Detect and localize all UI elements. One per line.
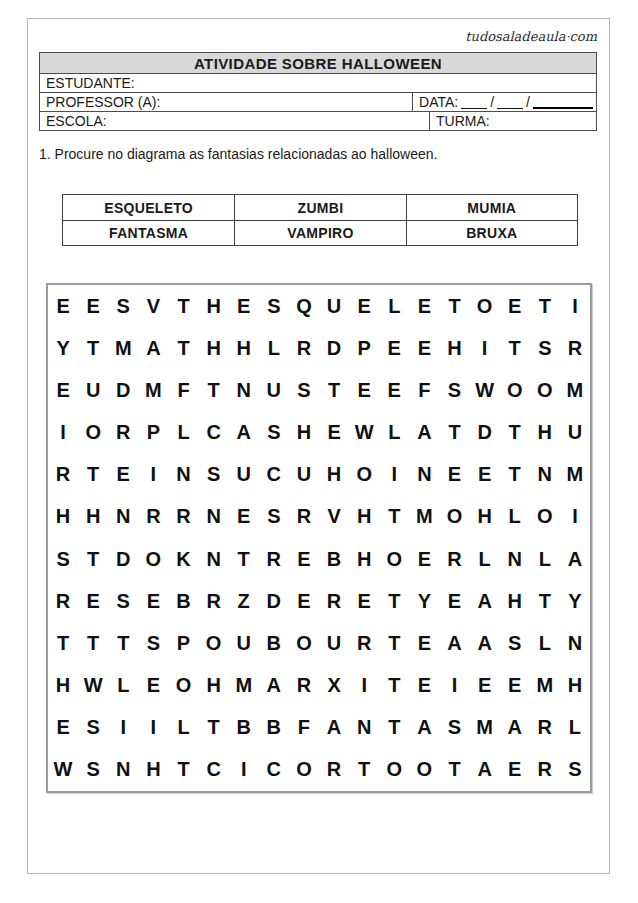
- grid-cell: H: [560, 665, 590, 707]
- grid-cell: I: [560, 496, 590, 538]
- date-month-blank: [497, 96, 523, 109]
- grid-cell: Y: [48, 327, 78, 369]
- worksheet-title: ATIVIDADE SOBRE HALLOWEEN: [40, 53, 596, 73]
- grid-cell: W: [78, 665, 108, 707]
- grid-cell: E: [470, 665, 500, 707]
- grid-cell: R: [289, 327, 319, 369]
- grid-cell: O: [349, 454, 379, 496]
- grid-cell: I: [108, 707, 138, 749]
- grid-cell: E: [78, 285, 108, 327]
- grid-cell: E: [500, 749, 530, 791]
- grid-cell: T: [48, 622, 78, 664]
- grid-cell: B: [259, 622, 289, 664]
- grid-cell: N: [560, 622, 590, 664]
- grid-cell: O: [409, 749, 439, 791]
- grid-cell: S: [48, 538, 78, 580]
- grid-cell: A: [409, 707, 439, 749]
- grid-cell: N: [530, 454, 560, 496]
- grid-cell: P: [138, 412, 168, 454]
- grid-cell: H: [48, 496, 78, 538]
- grid-cell: T: [439, 412, 469, 454]
- grid-cell: T: [168, 327, 198, 369]
- grid-cell: B: [259, 707, 289, 749]
- grid-cell: E: [409, 665, 439, 707]
- grid-cell: N: [409, 454, 439, 496]
- grid-cell: R: [259, 538, 289, 580]
- grid-cell: K: [168, 538, 198, 580]
- date-separator: /: [490, 94, 494, 110]
- grid-cell: H: [229, 327, 259, 369]
- grid-cell: F: [409, 369, 439, 411]
- grid-cell: R: [319, 580, 349, 622]
- grid-cell: B: [229, 707, 259, 749]
- grid-cell: R: [530, 707, 560, 749]
- grid-cell: S: [138, 622, 168, 664]
- grid-cell: L: [168, 412, 198, 454]
- word-bank-word: MUMIA: [406, 195, 577, 220]
- grid-cell: L: [500, 496, 530, 538]
- grid-cell: T: [530, 580, 560, 622]
- grid-cell: T: [530, 285, 560, 327]
- grid-cell: T: [349, 749, 379, 791]
- grid-cell: A: [229, 412, 259, 454]
- grid-cell: U: [560, 412, 590, 454]
- grid-cell: T: [379, 622, 409, 664]
- grid-cell: S: [108, 580, 138, 622]
- grid-cell: D: [259, 580, 289, 622]
- grid-cell: F: [168, 369, 198, 411]
- grid-cell: I: [229, 749, 259, 791]
- grid-cell: S: [259, 496, 289, 538]
- grid-cell: N: [199, 496, 229, 538]
- grid-cell: O: [439, 496, 469, 538]
- grid-cell: B: [168, 580, 198, 622]
- grid-cell: W: [349, 412, 379, 454]
- grid-cell: A: [259, 665, 289, 707]
- grid-cell: L: [379, 412, 409, 454]
- grid-cell: E: [48, 285, 78, 327]
- grid-cell: E: [409, 538, 439, 580]
- grid-cell: C: [199, 749, 229, 791]
- grid-cell: R: [108, 412, 138, 454]
- grid-cell: E: [319, 412, 349, 454]
- grid-cell: T: [500, 454, 530, 496]
- grid-cell: R: [199, 580, 229, 622]
- grid-cell: E: [289, 538, 319, 580]
- grid-cell: U: [78, 369, 108, 411]
- grid-cell: E: [349, 369, 379, 411]
- teacher-date-row: PROFESSOR (A): DATA: / /: [40, 92, 596, 111]
- grid-cell: O: [138, 538, 168, 580]
- grid-cell: L: [530, 538, 560, 580]
- grid-cell: L: [259, 327, 289, 369]
- grid-cell: S: [108, 285, 138, 327]
- grid-cell: R: [560, 327, 590, 369]
- grid-cell: T: [199, 707, 229, 749]
- grid-cell: D: [470, 412, 500, 454]
- grid-cell: S: [439, 369, 469, 411]
- grid-cell: T: [379, 707, 409, 749]
- grid-cell: E: [439, 580, 469, 622]
- grid-cell: E: [439, 454, 469, 496]
- grid-cell: T: [439, 285, 469, 327]
- grid-cell: O: [289, 622, 319, 664]
- date-day-blank: [461, 96, 487, 109]
- date-label: DATA:: [419, 94, 458, 110]
- grid-cell: P: [349, 327, 379, 369]
- grid-cell: O: [289, 749, 319, 791]
- date-separator: /: [526, 94, 530, 110]
- grid-cell: E: [379, 369, 409, 411]
- grid-cell: T: [168, 749, 198, 791]
- grid-cell: I: [138, 707, 168, 749]
- grid-cell: T: [319, 369, 349, 411]
- date-year-blank: [533, 95, 593, 109]
- grid-cell: O: [530, 496, 560, 538]
- school-label: ESCOLA:: [40, 112, 429, 130]
- grid-cell: A: [439, 622, 469, 664]
- grid-cell: T: [379, 496, 409, 538]
- grid-cell: T: [379, 580, 409, 622]
- grid-cell: S: [530, 327, 560, 369]
- grid-cell: I: [48, 412, 78, 454]
- grid-cell: M: [108, 327, 138, 369]
- grid-cell: A: [470, 749, 500, 791]
- grid-cell: W: [48, 749, 78, 791]
- grid-cell: R: [530, 749, 560, 791]
- grid-cell: O: [530, 369, 560, 411]
- grid-cell: R: [138, 496, 168, 538]
- grid-cell: I: [470, 327, 500, 369]
- grid-cell: X: [319, 665, 349, 707]
- grid-cell: M: [138, 369, 168, 411]
- grid-cell: A: [138, 327, 168, 369]
- grid-cell: L: [560, 707, 590, 749]
- grid-cell: T: [78, 622, 108, 664]
- grid-cell: H: [500, 580, 530, 622]
- grid-cell: S: [289, 369, 319, 411]
- grid-cell: N: [500, 538, 530, 580]
- grid-cell: Y: [409, 580, 439, 622]
- grid-cell: M: [530, 665, 560, 707]
- grid-cell: T: [229, 538, 259, 580]
- grid-cell: E: [48, 369, 78, 411]
- grid-cell: O: [379, 749, 409, 791]
- word-bank-word: BRUXA: [406, 220, 577, 245]
- grid-cell: E: [409, 285, 439, 327]
- grid-cell: R: [289, 496, 319, 538]
- grid-cell: Z: [229, 580, 259, 622]
- grid-cell: U: [229, 454, 259, 496]
- grid-cell: E: [229, 496, 259, 538]
- grid-cell: Q: [289, 285, 319, 327]
- grid-cell: H: [439, 327, 469, 369]
- grid-cell: L: [470, 538, 500, 580]
- grid-cell: E: [500, 665, 530, 707]
- grid-cell: O: [500, 369, 530, 411]
- grid-cell: D: [108, 538, 138, 580]
- date-field: DATA: / /: [412, 93, 596, 111]
- word-bank-word: ZUMBI: [234, 195, 405, 220]
- grid-cell: H: [78, 496, 108, 538]
- grid-cell: E: [349, 285, 379, 327]
- grid-cell: N: [168, 454, 198, 496]
- grid-cell: E: [409, 622, 439, 664]
- grid-cell: A: [500, 707, 530, 749]
- grid-cell: M: [470, 707, 500, 749]
- grid-cell: T: [439, 749, 469, 791]
- grid-cell: T: [500, 412, 530, 454]
- grid-cell: C: [259, 749, 289, 791]
- grid-cell: M: [409, 496, 439, 538]
- grid-cell: O: [199, 622, 229, 664]
- grid-cell: H: [470, 496, 500, 538]
- grid-cell: H: [138, 749, 168, 791]
- grid-cell: S: [259, 285, 289, 327]
- grid-cell: H: [199, 285, 229, 327]
- grid-cell: H: [319, 454, 349, 496]
- grid-cell: E: [108, 454, 138, 496]
- grid-cell: E: [500, 285, 530, 327]
- grid-cell: H: [48, 665, 78, 707]
- grid-cell: U: [259, 369, 289, 411]
- teacher-label: PROFESSOR (A):: [40, 93, 412, 111]
- grid-cell: M: [229, 665, 259, 707]
- grid-cell: R: [168, 496, 198, 538]
- grid-cell: I: [138, 454, 168, 496]
- grid-cell: E: [379, 327, 409, 369]
- grid-cell: A: [319, 707, 349, 749]
- grid-cell: L: [168, 707, 198, 749]
- grid-cell: U: [289, 454, 319, 496]
- grid-cell: U: [319, 285, 349, 327]
- word-bank-table: ESQUELETOZUMBIMUMIAFANTASMAVAMPIROBRUXA: [62, 194, 578, 246]
- grid-cell: U: [319, 622, 349, 664]
- grid-cell: S: [500, 622, 530, 664]
- grid-cell: T: [108, 622, 138, 664]
- grid-cell: T: [168, 285, 198, 327]
- grid-cell: S: [78, 749, 108, 791]
- grid-cell: T: [500, 327, 530, 369]
- grid-cell: I: [439, 665, 469, 707]
- grid-cell: B: [319, 538, 349, 580]
- grid-cell: E: [78, 580, 108, 622]
- grid-cell: N: [349, 707, 379, 749]
- grid-cell: R: [48, 454, 78, 496]
- grid-cell: H: [289, 412, 319, 454]
- grid-cell: E: [470, 454, 500, 496]
- grid-cell: U: [229, 622, 259, 664]
- grid-cell: E: [409, 327, 439, 369]
- grid-cell: L: [530, 622, 560, 664]
- grid-cell: S: [78, 707, 108, 749]
- grid-cell: N: [108, 749, 138, 791]
- grid-cell: C: [259, 454, 289, 496]
- grid-cell: I: [560, 285, 590, 327]
- grid-cell: O: [379, 538, 409, 580]
- grid-cell: S: [439, 707, 469, 749]
- grid-cell: T: [199, 369, 229, 411]
- header-table: ATIVIDADE SOBRE HALLOWEEN ESTUDANTE: PRO…: [39, 52, 597, 131]
- grid-cell: E: [349, 580, 379, 622]
- grid-cell: V: [138, 285, 168, 327]
- grid-cell: D: [319, 327, 349, 369]
- grid-cell: E: [289, 580, 319, 622]
- grid-cell: O: [78, 412, 108, 454]
- grid-cell: Y: [560, 580, 590, 622]
- grid-cell: R: [48, 580, 78, 622]
- student-label: ESTUDANTE:: [40, 74, 596, 92]
- grid-cell: V: [319, 496, 349, 538]
- grid-cell: D: [108, 369, 138, 411]
- grid-cell: A: [560, 538, 590, 580]
- site-watermark: tudosaladeaula·com: [0, 29, 597, 44]
- grid-cell: A: [470, 622, 500, 664]
- grid-cell: S: [199, 454, 229, 496]
- school-class-row: ESCOLA: TURMA:: [40, 111, 596, 130]
- grid-cell: H: [349, 538, 379, 580]
- word-bank-word: ESQUELETO: [63, 195, 234, 220]
- grid-cell: E: [229, 285, 259, 327]
- grid-cell: N: [229, 369, 259, 411]
- grid-cell: T: [379, 665, 409, 707]
- word-bank-word: VAMPIRO: [234, 220, 405, 245]
- grid-cell: T: [78, 327, 108, 369]
- grid-cell: I: [349, 665, 379, 707]
- grid-cell: L: [108, 665, 138, 707]
- grid-cell: O: [168, 665, 198, 707]
- grid-cell: R: [319, 749, 349, 791]
- grid-cell: H: [199, 327, 229, 369]
- grid-cell: S: [259, 412, 289, 454]
- grid-cell: N: [199, 538, 229, 580]
- grid-cell: H: [349, 496, 379, 538]
- grid-cell: I: [379, 454, 409, 496]
- grid-cell: L: [379, 285, 409, 327]
- grid-cell: N: [108, 496, 138, 538]
- grid-cell: P: [168, 622, 198, 664]
- word-search-grid: EESVTHESQUELETOETIYTMATHHLRDPEEHITSREUDM…: [46, 283, 592, 793]
- class-label: TURMA:: [429, 112, 596, 130]
- grid-cell: S: [560, 749, 590, 791]
- grid-cell: F: [289, 707, 319, 749]
- grid-cell: R: [349, 622, 379, 664]
- grid-cell: H: [199, 665, 229, 707]
- grid-cell: C: [199, 412, 229, 454]
- grid-cell: M: [560, 454, 590, 496]
- grid-cell: E: [138, 665, 168, 707]
- instruction-text: 1. Procure no diagrama as fantasias rela…: [39, 146, 437, 162]
- grid-cell: T: [78, 454, 108, 496]
- grid-cell: E: [48, 707, 78, 749]
- grid-cell: H: [530, 412, 560, 454]
- grid-cell: O: [470, 285, 500, 327]
- grid-cell: R: [289, 665, 319, 707]
- grid-cell: E: [138, 580, 168, 622]
- grid-cell: A: [470, 580, 500, 622]
- grid-cell: W: [470, 369, 500, 411]
- student-field-row: ESTUDANTE:: [40, 73, 596, 92]
- grid-cell: M: [560, 369, 590, 411]
- word-bank-word: FANTASMA: [63, 220, 234, 245]
- grid-cell: T: [78, 538, 108, 580]
- grid-cell: A: [409, 412, 439, 454]
- grid-cell: R: [439, 538, 469, 580]
